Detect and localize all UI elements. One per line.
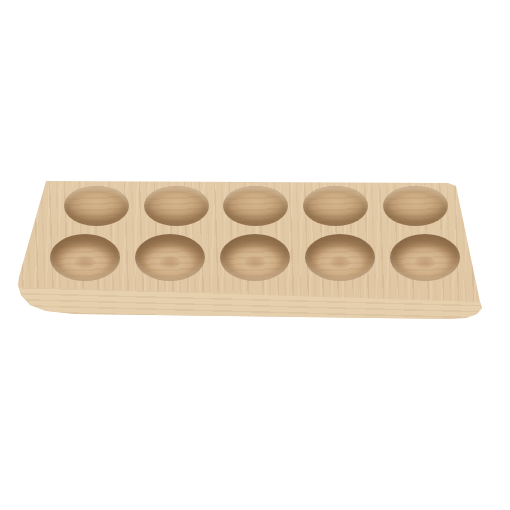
- pit-cell-bottom-5: [382, 234, 467, 281]
- pit-top-4[interactable]: [303, 186, 368, 226]
- pit-top-5[interactable]: [383, 186, 448, 226]
- pit-bottom-1[interactable]: [50, 234, 120, 281]
- pit-cell-bottom-4: [297, 234, 382, 281]
- pit-top-1[interactable]: [64, 186, 129, 226]
- pit-cell-bottom-1: [42, 234, 127, 281]
- pit-cell-bottom-3: [212, 234, 297, 281]
- pit-top-2[interactable]: [144, 186, 209, 226]
- pit-cell-top-3: [216, 186, 296, 226]
- mancala-board: [0, 0, 510, 510]
- pit-bottom-2[interactable]: [135, 234, 205, 281]
- pit-row-bottom: [42, 234, 467, 281]
- pit-cell-top-1: [57, 186, 137, 226]
- pit-top-3[interactable]: [223, 186, 288, 226]
- pit-bottom-3[interactable]: [220, 234, 290, 281]
- pit-row-top: [57, 186, 455, 226]
- photo-canvas: [0, 0, 510, 510]
- pit-cell-top-5: [375, 186, 455, 226]
- pit-bottom-5[interactable]: [390, 234, 460, 281]
- pit-cell-top-4: [296, 186, 376, 226]
- pit-bottom-4[interactable]: [305, 234, 375, 281]
- pit-cell-bottom-2: [127, 234, 212, 281]
- pit-cell-top-2: [137, 186, 217, 226]
